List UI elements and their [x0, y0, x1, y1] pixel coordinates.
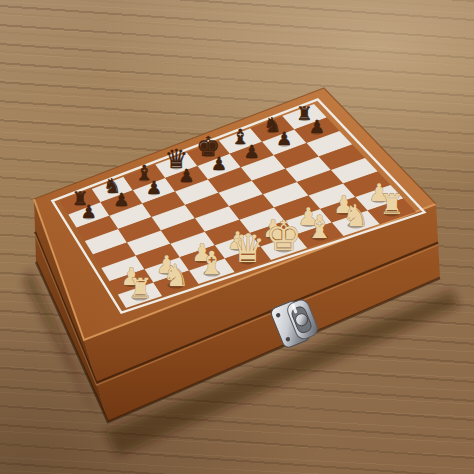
chess-piece-light-bishop: ♝: [198, 244, 227, 281]
chess-piece-dark-pawn: ♟: [243, 141, 259, 162]
chess-piece-light-knight: ♞: [342, 198, 369, 233]
chess-piece-light-king: ♚: [266, 212, 302, 260]
chess-piece-dark-pawn: ♟: [309, 116, 325, 137]
chess-piece-dark-pawn: ♟: [178, 165, 194, 186]
chess-box-photo: ♜♞♝♛♚♝♞♜♟♟♟♟♟♟♟♟♟♟♟♟♟♟♟♟♜♞♝♛♚♝♞♜: [0, 0, 474, 474]
chess-piece-dark-pawn: ♟: [81, 201, 97, 222]
chess-piece-dark-pawn: ♟: [276, 128, 292, 149]
chess-piece-light-knight: ♞: [162, 258, 189, 293]
chess-piece-dark-pawn: ♟: [113, 189, 129, 210]
table-surface: ♜♞♝♛♚♝♞♜♟♟♟♟♟♟♟♟♟♟♟♟♟♟♟♟♜♞♝♛♚♝♞♜: [0, 0, 474, 474]
chess-piece-dark-pawn: ♟: [211, 153, 227, 174]
chess-piece-light-bishop: ♝: [305, 208, 334, 245]
chess-piece-light-rook: ♜: [127, 272, 152, 305]
chess-piece-light-queen: ♛: [230, 225, 265, 271]
chess-piece-light-rook: ♜: [379, 188, 404, 221]
chess-piece-dark-pawn: ♟: [146, 177, 162, 198]
